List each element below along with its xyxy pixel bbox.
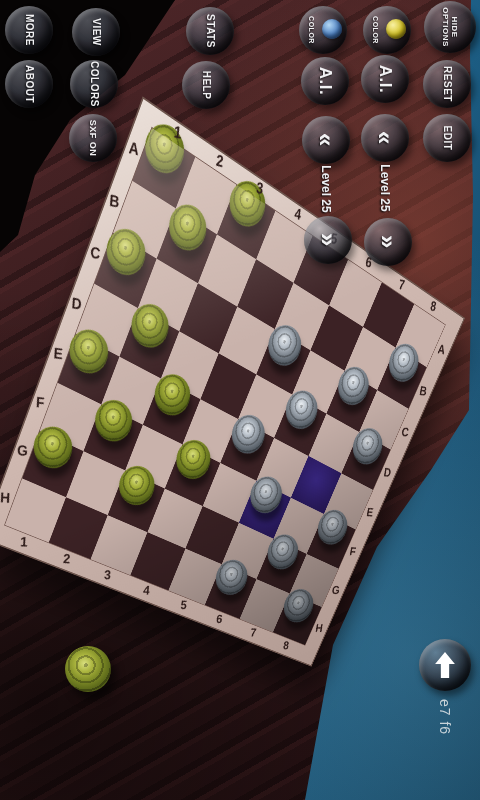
color-p1-button[interactable]: COLOR <box>299 6 347 54</box>
level-down-p1-button[interactable]: « <box>302 116 350 164</box>
edit-button[interactable]: EDIT <box>423 114 471 162</box>
more-label: MORE <box>24 14 35 46</box>
undo-button[interactable] <box>419 639 471 691</box>
level-up-p1-button[interactable]: » <box>304 216 352 264</box>
captured-green-piece <box>65 646 111 692</box>
ai-p2-label: A.I. <box>375 65 395 93</box>
chevron-right-icon: » <box>323 233 333 247</box>
more-button[interactable]: MORE <box>5 6 53 54</box>
color-p1-label: COLOR <box>308 16 315 44</box>
last-move-label: e7 f6 <box>437 699 453 735</box>
about-button[interactable]: ABOUT <box>5 60 53 108</box>
colors-label: COLORS <box>89 61 100 107</box>
level-down-p2-button[interactable]: « <box>361 114 409 162</box>
stats-button[interactable]: STATS <box>186 7 234 55</box>
help-button[interactable]: HELP <box>182 61 230 109</box>
level-up-p2-button[interactable]: » <box>364 218 412 266</box>
stats-label: STATS <box>205 14 216 48</box>
view-label: VIEW <box>91 18 102 46</box>
p1-color-ball-icon <box>322 19 342 39</box>
p2-color-ball-icon <box>386 19 406 39</box>
color-p2-button[interactable]: COLOR <box>363 6 411 54</box>
sfx-label: SXF ON <box>88 120 98 157</box>
chevron-left-icon: « <box>380 131 390 145</box>
chevron-right-icon: » <box>383 235 393 249</box>
ai-p1-button[interactable]: A.I. <box>301 57 349 105</box>
edit-label: EDIT <box>442 126 453 151</box>
reset-button[interactable]: RESET <box>423 60 471 108</box>
hide-options-label: HIDEOPTIONS <box>441 7 459 47</box>
ai-p2-button[interactable]: A.I. <box>361 55 409 103</box>
chevron-left-icon: « <box>321 133 331 147</box>
up-arrow-icon <box>432 651 458 679</box>
hide-options-button[interactable]: HIDEOPTIONS <box>424 1 476 53</box>
level-p2-label: Level 25 <box>378 164 392 211</box>
about-label: ABOUT <box>24 65 35 103</box>
view-button[interactable]: VIEW <box>72 8 120 56</box>
sfx-toggle-button[interactable]: SXF ON <box>69 114 117 162</box>
reset-label: RESET <box>442 66 453 102</box>
color-p2-label: COLOR <box>372 16 379 44</box>
level-p1-label: Level 25 <box>319 165 333 212</box>
colors-button[interactable]: COLORS <box>70 60 118 108</box>
ai-p1-label: A.I. <box>315 67 335 95</box>
help-label: HELP <box>201 71 212 100</box>
